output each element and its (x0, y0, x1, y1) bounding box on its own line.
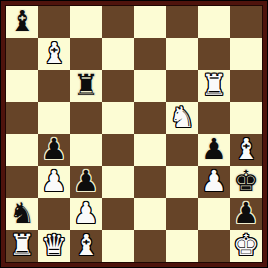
square-e8[interactable] (134, 6, 166, 38)
square-h5[interactable] (230, 102, 262, 134)
square-c8[interactable] (70, 6, 102, 38)
square-f7[interactable] (166, 38, 198, 70)
square-f6[interactable] (166, 70, 198, 102)
square-h4[interactable]: ♝ (230, 134, 262, 166)
piece-white-pawn[interactable]: ♟ (201, 165, 227, 197)
square-g3[interactable]: ♟ (198, 166, 230, 198)
square-g7[interactable] (198, 38, 230, 70)
piece-white-bishop[interactable]: ♝ (73, 229, 99, 261)
square-d7[interactable] (102, 38, 134, 70)
square-c3[interactable]: ♟ (70, 166, 102, 198)
piece-black-king[interactable]: ♚ (233, 165, 259, 197)
square-e3[interactable] (134, 166, 166, 198)
square-d8[interactable] (102, 6, 134, 38)
square-e2[interactable] (134, 198, 166, 230)
square-b5[interactable] (38, 102, 70, 134)
square-h3[interactable]: ♚ (230, 166, 262, 198)
square-b8[interactable] (38, 6, 70, 38)
square-f5[interactable]: ♞ (166, 102, 198, 134)
square-a1[interactable]: ♜ (6, 230, 38, 262)
square-b4[interactable]: ♟ (38, 134, 70, 166)
square-g6[interactable]: ♜ (198, 70, 230, 102)
square-f2[interactable] (166, 198, 198, 230)
square-f4[interactable] (166, 134, 198, 166)
square-d6[interactable] (102, 70, 134, 102)
piece-white-bishop[interactable]: ♝ (41, 37, 67, 69)
piece-white-rook[interactable]: ♜ (9, 229, 35, 261)
square-c6[interactable]: ♜ (70, 70, 102, 102)
chess-board-frame: ♝♝♜♜♞♟♟♝♟♟♟♚♞♟♟♜♛♝♚ (0, 0, 268, 268)
piece-white-king[interactable]: ♚ (233, 229, 259, 261)
square-e5[interactable] (134, 102, 166, 134)
square-g8[interactable] (198, 6, 230, 38)
piece-white-pawn[interactable]: ♟ (73, 197, 99, 229)
square-b3[interactable]: ♟ (38, 166, 70, 198)
square-h2[interactable]: ♟ (230, 198, 262, 230)
square-c4[interactable] (70, 134, 102, 166)
piece-black-rook[interactable]: ♜ (73, 69, 99, 101)
square-b7[interactable]: ♝ (38, 38, 70, 70)
square-a2[interactable]: ♞ (6, 198, 38, 230)
piece-black-pawn[interactable]: ♟ (73, 165, 99, 197)
square-d2[interactable] (102, 198, 134, 230)
square-d1[interactable] (102, 230, 134, 262)
square-a3[interactable] (6, 166, 38, 198)
square-a5[interactable] (6, 102, 38, 134)
chess-board: ♝♝♜♜♞♟♟♝♟♟♟♚♞♟♟♜♛♝♚ (5, 5, 263, 263)
square-a4[interactable] (6, 134, 38, 166)
piece-white-rook[interactable]: ♜ (201, 69, 227, 101)
square-f3[interactable] (166, 166, 198, 198)
square-f1[interactable] (166, 230, 198, 262)
square-c1[interactable]: ♝ (70, 230, 102, 262)
square-g1[interactable] (198, 230, 230, 262)
piece-white-queen[interactable]: ♛ (41, 229, 67, 261)
square-g5[interactable] (198, 102, 230, 134)
square-e4[interactable] (134, 134, 166, 166)
square-c2[interactable]: ♟ (70, 198, 102, 230)
square-e1[interactable] (134, 230, 166, 262)
square-d5[interactable] (102, 102, 134, 134)
square-h1[interactable]: ♚ (230, 230, 262, 262)
square-g4[interactable]: ♟ (198, 134, 230, 166)
piece-white-bishop[interactable]: ♝ (233, 133, 259, 165)
square-b2[interactable] (38, 198, 70, 230)
piece-black-bishop[interactable]: ♝ (9, 5, 35, 37)
piece-black-pawn[interactable]: ♟ (41, 133, 67, 165)
square-d4[interactable] (102, 134, 134, 166)
square-h7[interactable] (230, 38, 262, 70)
square-e6[interactable] (134, 70, 166, 102)
piece-black-knight[interactable]: ♞ (9, 197, 35, 229)
square-c5[interactable] (70, 102, 102, 134)
square-h8[interactable] (230, 6, 262, 38)
square-g2[interactable] (198, 198, 230, 230)
square-e7[interactable] (134, 38, 166, 70)
square-b1[interactable]: ♛ (38, 230, 70, 262)
square-h6[interactable] (230, 70, 262, 102)
piece-white-knight[interactable]: ♞ (169, 101, 195, 133)
piece-black-pawn[interactable]: ♟ (233, 197, 259, 229)
square-f8[interactable] (166, 6, 198, 38)
square-a6[interactable] (6, 70, 38, 102)
square-a8[interactable]: ♝ (6, 6, 38, 38)
square-c7[interactable] (70, 38, 102, 70)
piece-white-pawn[interactable]: ♟ (41, 165, 67, 197)
square-a7[interactable] (6, 38, 38, 70)
square-d3[interactable] (102, 166, 134, 198)
square-b6[interactable] (38, 70, 70, 102)
piece-black-pawn[interactable]: ♟ (201, 133, 227, 165)
